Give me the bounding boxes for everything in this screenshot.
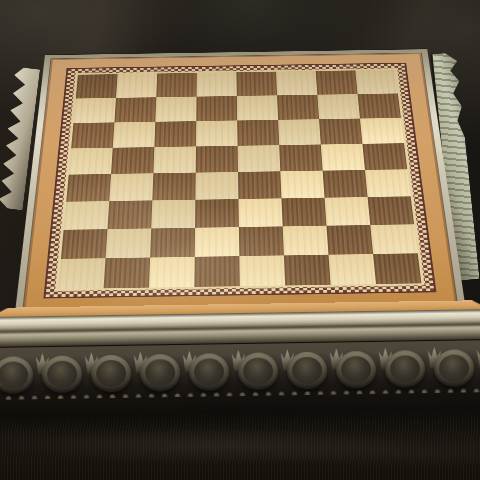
board-square xyxy=(196,146,238,173)
board-square xyxy=(238,145,281,172)
board-square xyxy=(197,72,237,96)
egg-ornament xyxy=(140,354,181,392)
board-square xyxy=(149,257,195,288)
board-square xyxy=(116,74,157,98)
board-square xyxy=(104,258,151,289)
board-square xyxy=(64,201,110,230)
board-square xyxy=(278,119,321,145)
board-square xyxy=(61,229,107,259)
board-square xyxy=(277,95,319,120)
board-square xyxy=(237,95,278,120)
egg-ornament xyxy=(336,351,377,389)
board-square xyxy=(111,147,154,174)
egg-ornament xyxy=(91,355,132,393)
board-square xyxy=(326,225,373,255)
board-square xyxy=(151,200,195,229)
egg-ornament xyxy=(189,353,230,391)
board-square xyxy=(317,94,360,119)
board-square xyxy=(355,70,398,94)
egg-ornament xyxy=(0,356,33,394)
board-square xyxy=(194,256,239,287)
board-square xyxy=(283,226,329,256)
board-square xyxy=(316,70,358,94)
board-square xyxy=(237,120,279,146)
board-inner-margin xyxy=(55,68,425,291)
board-square xyxy=(370,224,417,254)
board-square xyxy=(281,198,326,227)
board-square xyxy=(196,120,238,146)
board-square xyxy=(152,173,195,201)
board-square xyxy=(195,227,240,257)
board-square xyxy=(325,197,371,226)
chess-box xyxy=(0,0,480,480)
board-square xyxy=(109,173,153,201)
board-square xyxy=(58,258,105,289)
egg-ornament xyxy=(434,349,475,387)
egg-ornament xyxy=(385,350,426,388)
board-square xyxy=(239,255,285,286)
board-square xyxy=(113,122,156,148)
board-square xyxy=(239,226,284,256)
board-square xyxy=(196,96,237,121)
board-square xyxy=(73,98,116,123)
egg-ornament xyxy=(42,355,83,393)
board-square xyxy=(279,144,322,171)
egg-ornament xyxy=(238,352,279,390)
board-square xyxy=(155,97,196,122)
board-square xyxy=(284,255,331,286)
board-square xyxy=(236,72,277,96)
board-square xyxy=(195,199,239,228)
board-square xyxy=(360,118,404,144)
board-square xyxy=(69,148,113,175)
board-square xyxy=(276,71,317,95)
board-square xyxy=(154,121,196,147)
board-square xyxy=(319,119,362,145)
board-square xyxy=(323,170,368,198)
board-square xyxy=(153,146,196,173)
squares-grid xyxy=(58,70,421,289)
board-square xyxy=(362,143,407,170)
board-square xyxy=(373,253,421,284)
board-square xyxy=(368,196,415,225)
board-square xyxy=(358,93,401,118)
board-square xyxy=(238,198,282,227)
egg-ornament xyxy=(287,352,328,390)
mosaic-inlay-border xyxy=(43,63,436,299)
board-square xyxy=(106,228,152,258)
board-square xyxy=(71,122,114,148)
board-square xyxy=(76,74,118,98)
board-square xyxy=(156,73,197,97)
board-square xyxy=(195,172,238,200)
board-square xyxy=(114,97,156,122)
photo-scene xyxy=(0,0,480,480)
wood-frame xyxy=(23,53,457,311)
board-square xyxy=(66,174,111,202)
box-base-shadow xyxy=(0,392,480,430)
chessboard xyxy=(15,48,465,311)
board-square xyxy=(321,144,365,171)
board-square xyxy=(328,254,376,285)
board-square xyxy=(280,171,324,199)
board-square xyxy=(365,169,411,197)
board-square xyxy=(238,171,281,199)
board-square xyxy=(107,200,152,229)
board-square xyxy=(150,228,195,258)
